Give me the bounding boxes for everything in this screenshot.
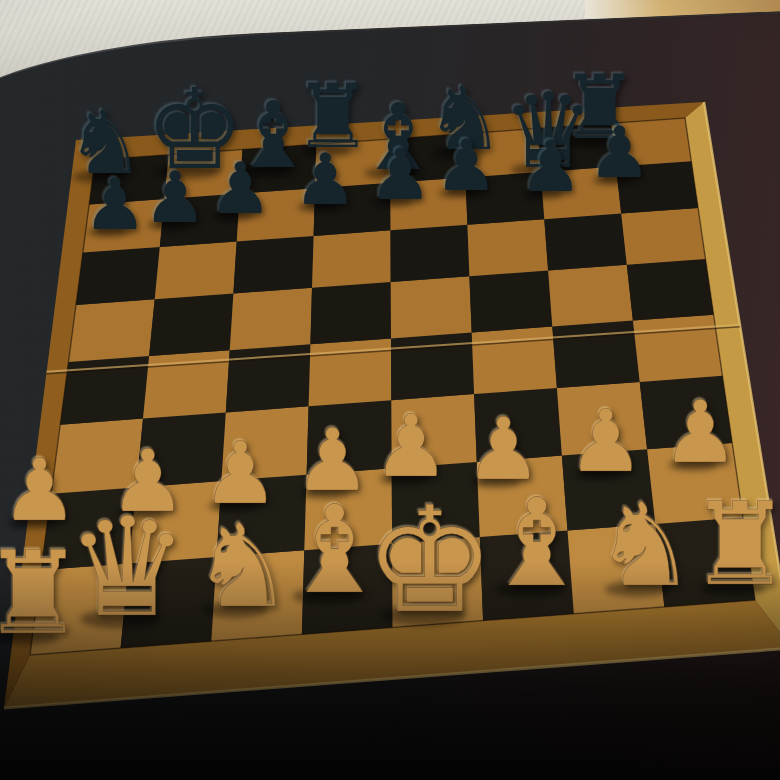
square-f3 [474,388,562,462]
square-b6 [155,241,237,299]
square-e5 [391,276,472,338]
square-a5 [69,299,155,362]
square-h4 [633,315,723,382]
chessboard [0,0,780,780]
square-g1 [568,524,665,614]
square-g5 [548,265,633,327]
square-f5 [469,271,552,333]
square-e3 [391,394,477,468]
square-d3 [307,400,392,475]
square-g6 [544,214,627,271]
square-a7 [83,199,164,253]
square-f2 [477,456,568,537]
square-h3 [640,376,733,450]
square-c5 [230,288,312,351]
square-e7 [390,177,467,230]
square-c8 [240,144,317,193]
square-c6 [233,236,313,294]
square-e4 [391,333,474,401]
square-d7 [314,183,391,236]
square-h7 [616,161,698,213]
square-b8 [164,150,242,200]
square-h1 [655,517,755,607]
square-c1 [211,550,304,641]
square-b7 [160,194,240,247]
square-f1 [480,531,574,621]
square-f4 [472,327,557,395]
square-f8 [464,129,541,178]
square-b5 [149,293,233,356]
square-h6 [621,208,705,265]
square-a1 [30,564,129,656]
square-c3 [221,406,308,481]
square-f7 [466,172,545,225]
square-c2 [217,475,307,557]
square-f6 [467,219,548,276]
square-d2 [304,468,392,550]
square-a6 [76,247,160,305]
square-h2 [647,443,743,524]
square-a8 [89,155,169,205]
square-e1 [392,537,483,627]
square-h8 [611,118,691,167]
square-a2 [41,487,136,570]
square-e2 [392,462,480,544]
square-d8 [315,139,390,188]
square-d1 [302,544,393,635]
square-b1 [121,557,217,648]
square-g4 [552,321,639,388]
square-a3 [51,419,143,494]
square-d5 [310,282,391,344]
square-b2 [129,481,222,564]
square-c7 [237,188,315,241]
square-h5 [627,259,714,321]
square-g8 [538,123,617,172]
square-b3 [136,413,226,488]
square-d6 [312,230,391,287]
square-e6 [391,225,470,282]
square-e8 [390,134,466,183]
square-g2 [562,449,655,530]
photo-scene: ♞♚♝♜♝♞♛♜♟♟♟♟♟♟♟♟♟♟♟♟♟♟♟♟♜♛♞♝♚♝♞♜ [0,0,780,780]
square-g7 [541,167,621,220]
square-g3 [557,382,647,456]
